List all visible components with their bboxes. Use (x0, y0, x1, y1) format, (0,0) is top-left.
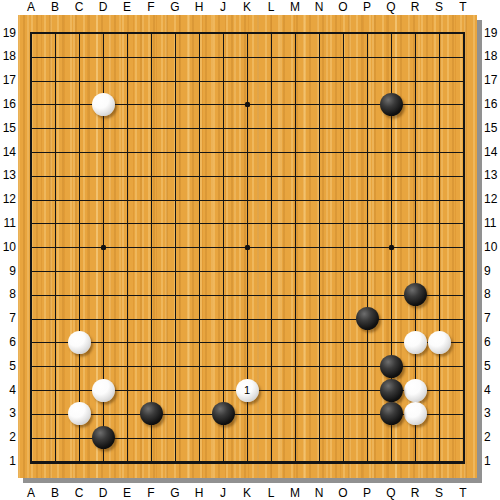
coord-bottom-J: J (220, 486, 226, 500)
stone-white-C6[interactable] (68, 331, 91, 354)
coord-top-N: N (315, 0, 324, 15)
grid-line-vertical (463, 33, 464, 462)
grid-line-vertical (271, 33, 272, 462)
coord-top-M: M (290, 0, 300, 15)
coord-top-G: G (170, 0, 179, 15)
grid-line-vertical (343, 33, 344, 462)
stone-white-R6[interactable] (404, 331, 427, 354)
coord-right-5: 5 (484, 359, 491, 374)
coord-bottom-L: L (268, 486, 275, 500)
coord-left-15: 15 (1, 121, 16, 136)
coord-right-6: 6 (484, 335, 491, 350)
go-board-screenshot: 1 AABBCCDDEEFFGGHHJJKKLLMMNNOOPPQQRRSSTT… (0, 0, 500, 500)
coord-bottom-A: A (27, 486, 35, 500)
coord-left-13: 13 (1, 168, 16, 183)
stone-white-R3[interactable] (404, 402, 427, 425)
coord-top-A: A (27, 0, 35, 15)
coord-left-6: 6 (1, 335, 16, 350)
grid-line-vertical (295, 33, 296, 462)
coord-bottom-O: O (338, 486, 347, 500)
coord-right-8: 8 (484, 287, 491, 302)
coord-right-18: 18 (484, 49, 497, 64)
stone-white-S6[interactable] (428, 331, 451, 354)
coord-bottom-C: C (75, 486, 84, 500)
go-board[interactable]: 1 (18, 15, 477, 478)
stone-black-Q4[interactable] (380, 379, 403, 402)
coord-right-1: 1 (484, 454, 491, 469)
coord-top-L: L (268, 0, 275, 15)
grid-line-vertical (439, 33, 440, 462)
coord-left-10: 10 (1, 240, 16, 255)
coord-left-19: 19 (1, 26, 16, 41)
coord-bottom-K: K (243, 486, 251, 500)
stone-black-R8[interactable] (404, 283, 427, 306)
stone-black-P7[interactable] (356, 307, 379, 330)
coord-top-D: D (99, 0, 108, 15)
coord-top-J: J (220, 0, 226, 15)
coord-right-3: 3 (484, 406, 491, 421)
coord-right-14: 14 (484, 145, 497, 160)
grid-line-horizontal (31, 461, 464, 462)
grid-line-horizontal (31, 319, 464, 320)
coord-bottom-F: F (147, 486, 154, 500)
stone-black-F3[interactable] (140, 402, 163, 425)
coord-bottom-G: G (170, 486, 179, 500)
coord-left-1: 1 (1, 454, 16, 469)
coord-bottom-T: T (459, 486, 466, 500)
star-point (101, 245, 106, 250)
coord-bottom-B: B (51, 486, 59, 500)
coord-top-P: P (363, 0, 371, 15)
stone-black-J3[interactable] (212, 402, 235, 425)
coord-top-C: C (75, 0, 84, 15)
stone-black-D2[interactable] (92, 426, 115, 449)
coord-right-10: 10 (484, 240, 497, 255)
coord-right-4: 4 (484, 383, 491, 398)
coord-left-2: 2 (1, 430, 16, 445)
coord-left-14: 14 (1, 145, 16, 160)
stone-black-Q5[interactable] (380, 355, 403, 378)
stone-white-D16[interactable] (92, 93, 115, 116)
star-point (245, 102, 250, 107)
coord-bottom-H: H (195, 486, 204, 500)
coord-top-B: B (51, 0, 59, 15)
coord-left-18: 18 (1, 49, 16, 64)
coord-top-S: S (435, 0, 443, 15)
coord-bottom-S: S (435, 486, 443, 500)
stone-white-R4[interactable] (404, 379, 427, 402)
coord-right-12: 12 (484, 192, 497, 207)
stone-black-Q3[interactable] (380, 402, 403, 425)
coord-top-T: T (459, 0, 466, 15)
coord-bottom-D: D (99, 486, 108, 500)
coord-right-2: 2 (484, 430, 491, 445)
move-number-label: 1 (244, 385, 250, 396)
stone-white-C3[interactable] (68, 402, 91, 425)
coord-bottom-Q: Q (386, 486, 395, 500)
coord-top-Q: Q (386, 0, 395, 15)
coord-bottom-R: R (411, 486, 420, 500)
grid-line-horizontal (31, 342, 464, 343)
stone-white-D4[interactable] (92, 379, 115, 402)
coord-left-9: 9 (1, 264, 16, 279)
coord-top-R: R (411, 0, 420, 15)
coord-left-16: 16 (1, 97, 16, 112)
grid-line-horizontal (31, 271, 464, 272)
coord-right-7: 7 (484, 311, 491, 326)
coord-bottom-M: M (290, 486, 300, 500)
coord-right-19: 19 (484, 26, 497, 41)
coord-left-11: 11 (1, 216, 16, 231)
coord-left-7: 7 (1, 311, 16, 326)
coord-right-13: 13 (484, 168, 497, 183)
coord-right-11: 11 (484, 216, 496, 231)
grid-line-vertical (319, 33, 320, 462)
coord-top-K: K (243, 0, 251, 15)
coord-left-4: 4 (1, 383, 16, 398)
coord-top-H: H (195, 0, 204, 15)
coord-left-17: 17 (1, 73, 16, 88)
stone-white-K4[interactable]: 1 (236, 379, 259, 402)
coord-bottom-P: P (363, 486, 371, 500)
coord-bottom-E: E (123, 486, 131, 500)
coord-right-15: 15 (484, 121, 497, 136)
coord-left-12: 12 (1, 192, 16, 207)
coord-top-O: O (338, 0, 347, 15)
star-point (389, 245, 394, 250)
grid-line-vertical (367, 33, 368, 462)
coord-right-16: 16 (484, 97, 497, 112)
coord-top-F: F (147, 0, 154, 15)
coord-bottom-N: N (315, 486, 324, 500)
coord-left-3: 3 (1, 406, 16, 421)
coord-left-8: 8 (1, 287, 16, 302)
grid-line-horizontal (31, 295, 464, 296)
coord-left-5: 5 (1, 359, 16, 374)
stone-black-Q16[interactable] (380, 93, 403, 116)
coord-right-9: 9 (484, 264, 491, 279)
coord-right-17: 17 (484, 73, 497, 88)
star-point (245, 245, 250, 250)
coord-top-E: E (123, 0, 131, 15)
